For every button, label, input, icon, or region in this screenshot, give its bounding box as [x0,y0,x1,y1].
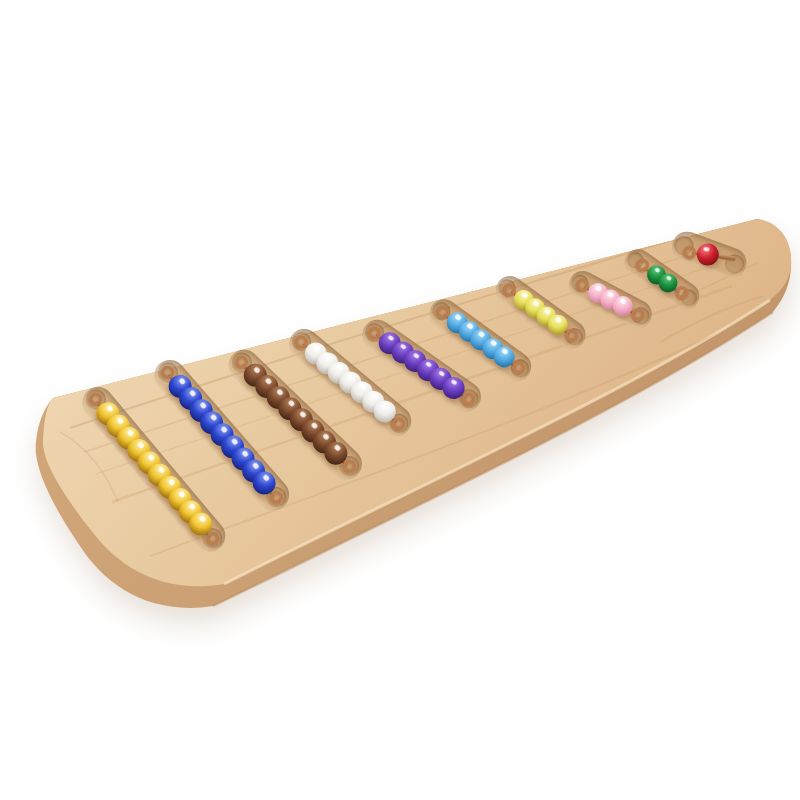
beads-row [442,308,518,371]
beads-row [695,242,720,267]
bead [695,242,720,267]
product-photo-scene [0,0,800,800]
bead-bars-layer [0,0,800,800]
bead-bar-1-red[interactable] [681,236,738,273]
